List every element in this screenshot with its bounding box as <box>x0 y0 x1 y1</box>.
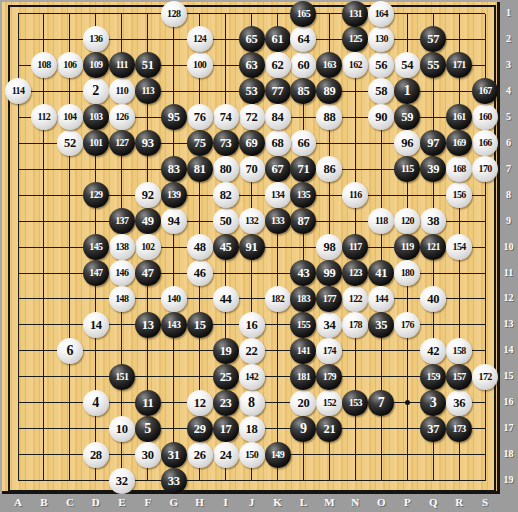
row-label-7: 7 <box>500 163 517 174</box>
stone-black-L17: 9 <box>290 416 316 442</box>
stone-white-J7: 70 <box>239 156 265 182</box>
stone-white-J9: 132 <box>239 208 265 234</box>
stone-black-E9: 137 <box>109 208 135 234</box>
stone-white-K8: 134 <box>265 182 291 208</box>
stone-white-C6: 52 <box>57 130 83 156</box>
goban: 1234567891011121314151617181920212223242… <box>2 2 500 494</box>
row-label-12: 12 <box>500 292 517 303</box>
stone-white-E4: 110 <box>109 78 135 104</box>
stone-black-F9: 49 <box>135 208 161 234</box>
stone-white-I8: 82 <box>213 182 239 208</box>
column-label-M: M <box>322 496 336 508</box>
stone-white-J15: 142 <box>239 364 265 390</box>
stone-white-H16: 12 <box>187 390 213 416</box>
row-label-17: 17 <box>500 422 517 433</box>
stone-white-S15: 172 <box>472 364 498 390</box>
row-label-10: 10 <box>500 241 517 252</box>
stone-white-I12: 44 <box>213 286 239 312</box>
column-label-N: N <box>348 496 362 508</box>
stone-white-G12: 140 <box>161 286 187 312</box>
stone-black-J3: 63 <box>239 52 265 78</box>
stone-white-D13: 14 <box>83 312 109 338</box>
stone-white-P13: 176 <box>394 312 420 338</box>
column-label-B: B <box>37 496 51 508</box>
stone-black-F17: 5 <box>135 416 161 442</box>
row-label-16: 16 <box>500 396 517 407</box>
stone-white-H2: 124 <box>187 26 213 52</box>
stone-white-I9: 50 <box>213 208 239 234</box>
stone-white-K5: 84 <box>265 104 291 130</box>
row-label-11: 11 <box>500 267 517 278</box>
row-label-3: 3 <box>500 59 517 70</box>
stone-black-K7: 67 <box>265 156 291 182</box>
go-kifu-diagram: 1234567891011121314151617181920212223242… <box>0 0 518 512</box>
column-label-P: P <box>400 496 414 508</box>
column-label-S: S <box>478 496 492 508</box>
stone-black-O16: 7 <box>368 390 394 416</box>
column-label-A: A <box>11 496 25 508</box>
stone-white-E12: 148 <box>109 286 135 312</box>
stone-black-K2: 61 <box>265 26 291 52</box>
stone-white-R16: 36 <box>446 390 472 416</box>
stone-white-E11: 146 <box>109 260 135 286</box>
stone-black-N16: 153 <box>342 390 368 416</box>
stone-white-E10: 138 <box>109 234 135 260</box>
stone-white-G9: 94 <box>161 208 187 234</box>
stone-black-I6: 73 <box>213 130 239 156</box>
row-label-14: 14 <box>500 344 517 355</box>
stone-black-H17: 29 <box>187 416 213 442</box>
stone-white-K6: 68 <box>265 130 291 156</box>
stone-black-D5: 103 <box>83 104 109 130</box>
stone-black-G7: 83 <box>161 156 187 182</box>
stone-white-H5: 76 <box>187 104 213 130</box>
column-label-K: K <box>271 496 285 508</box>
stone-white-R14: 158 <box>446 338 472 364</box>
stone-black-Q16: 3 <box>420 390 446 416</box>
stone-black-I16: 23 <box>213 390 239 416</box>
stone-white-K3: 62 <box>265 52 291 78</box>
column-label-H: H <box>193 496 207 508</box>
stone-black-J4: 53 <box>239 78 265 104</box>
stone-black-J2: 65 <box>239 26 265 52</box>
stone-black-H7: 81 <box>187 156 213 182</box>
star-point-P16 <box>405 400 410 405</box>
stone-white-F10: 102 <box>135 234 161 260</box>
stone-black-Q15: 159 <box>420 364 446 390</box>
stone-black-I14: 19 <box>213 338 239 364</box>
column-coordinate-bar <box>0 494 518 512</box>
stone-black-G19: 33 <box>161 468 187 494</box>
column-label-G: G <box>167 496 181 508</box>
stone-black-N1: 131 <box>342 1 368 27</box>
stone-black-F3: 51 <box>135 52 161 78</box>
stone-black-D6: 101 <box>83 130 109 156</box>
stone-white-D16: 4 <box>83 390 109 416</box>
stone-black-M17: 21 <box>316 416 342 442</box>
stone-white-F8: 92 <box>135 182 161 208</box>
stone-black-I10: 45 <box>213 234 239 260</box>
stone-white-J14: 22 <box>239 338 265 364</box>
stone-black-D10: 145 <box>83 234 109 260</box>
column-label-E: E <box>115 496 129 508</box>
stone-black-G8: 139 <box>161 182 187 208</box>
column-label-L: L <box>296 496 310 508</box>
stone-black-F6: 93 <box>135 130 161 156</box>
stone-black-M15: 179 <box>316 364 342 390</box>
stone-white-J17: 18 <box>239 416 265 442</box>
stone-white-E5: 126 <box>109 104 135 130</box>
stone-white-J5: 72 <box>239 104 265 130</box>
stone-black-F16: 11 <box>135 390 161 416</box>
column-label-C: C <box>63 496 77 508</box>
stone-black-K9: 133 <box>265 208 291 234</box>
column-label-F: F <box>141 496 155 508</box>
stone-black-H6: 75 <box>187 130 213 156</box>
column-label-Q: Q <box>426 496 440 508</box>
row-label-4: 4 <box>500 85 517 96</box>
stone-white-I5: 74 <box>213 104 239 130</box>
row-label-15: 15 <box>500 370 517 381</box>
stone-white-D4: 2 <box>83 78 109 104</box>
stone-black-K18: 149 <box>265 442 291 468</box>
row-label-6: 6 <box>500 137 517 148</box>
stone-black-F4: 113 <box>135 78 161 104</box>
stone-white-F18: 30 <box>135 442 161 468</box>
column-label-I: I <box>219 496 233 508</box>
stone-white-M16: 152 <box>316 390 342 416</box>
row-label-1: 1 <box>500 7 517 18</box>
grid-hline <box>18 298 485 299</box>
stone-black-Q17: 37 <box>420 416 446 442</box>
stone-white-O1: 164 <box>368 1 394 27</box>
stone-white-H18: 26 <box>187 442 213 468</box>
column-label-R: R <box>452 496 466 508</box>
stone-black-E15: 151 <box>109 364 135 390</box>
column-label-J: J <box>245 496 259 508</box>
row-label-8: 8 <box>500 189 517 200</box>
stone-black-J6: 69 <box>239 130 265 156</box>
column-label-O: O <box>374 496 388 508</box>
row-label-18: 18 <box>500 448 517 459</box>
stone-black-G13: 143 <box>161 312 187 338</box>
stone-white-G1: 128 <box>161 1 187 27</box>
stone-white-J16: 8 <box>239 390 265 416</box>
stone-white-I7: 80 <box>213 156 239 182</box>
stone-black-E6: 127 <box>109 130 135 156</box>
stone-black-K4: 77 <box>265 78 291 104</box>
stone-white-C5: 104 <box>57 104 83 130</box>
column-label-D: D <box>89 496 103 508</box>
stone-black-F13: 13 <box>135 312 161 338</box>
stone-black-R15: 157 <box>446 364 472 390</box>
stone-white-C14: 6 <box>57 338 83 364</box>
stone-black-O13: 35 <box>368 312 394 338</box>
stone-black-J10: 91 <box>239 234 265 260</box>
row-label-5: 5 <box>500 111 517 122</box>
stone-white-H10: 48 <box>187 234 213 260</box>
stone-white-E19: 32 <box>109 468 135 494</box>
row-label-13: 13 <box>500 318 517 329</box>
stone-white-H3: 100 <box>187 52 213 78</box>
stone-white-Q12: 40 <box>420 286 446 312</box>
stone-white-J18: 150 <box>239 442 265 468</box>
grid-hline <box>18 480 485 481</box>
stone-black-I15: 25 <box>213 364 239 390</box>
stone-black-D8: 129 <box>83 182 109 208</box>
stone-black-G18: 31 <box>161 442 187 468</box>
stone-black-H13: 15 <box>187 312 213 338</box>
row-label-2: 2 <box>500 33 517 44</box>
stone-black-L1: 165 <box>290 1 316 27</box>
stone-white-I18: 24 <box>213 442 239 468</box>
stone-black-G5: 95 <box>161 104 187 130</box>
stone-white-D18: 28 <box>83 442 109 468</box>
stone-white-K12: 182 <box>265 286 291 312</box>
stone-black-F11: 47 <box>135 260 161 286</box>
stone-black-E3: 111 <box>109 52 135 78</box>
stone-white-R10: 154 <box>446 234 472 260</box>
stone-black-R17: 173 <box>446 416 472 442</box>
stone-white-Q14: 42 <box>420 338 446 364</box>
stone-white-E17: 10 <box>109 416 135 442</box>
stone-white-H11: 46 <box>187 260 213 286</box>
stone-black-D11: 147 <box>83 260 109 286</box>
stone-white-J13: 16 <box>239 312 265 338</box>
row-label-9: 9 <box>500 215 517 226</box>
row-label-19: 19 <box>500 474 517 485</box>
stone-black-I17: 17 <box>213 416 239 442</box>
row-coordinate-bar <box>500 0 518 512</box>
